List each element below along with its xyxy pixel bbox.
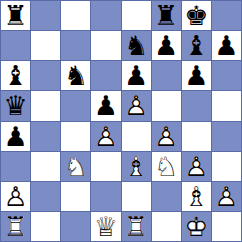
square-g1[interactable]: ♚♔: [182, 212, 211, 241]
black-bishop-icon[interactable]: ♝: [3, 62, 27, 89]
square-h6[interactable]: [212, 61, 241, 90]
square-h4[interactable]: [212, 122, 241, 151]
square-e1[interactable]: ♜♖: [122, 212, 151, 241]
square-c2[interactable]: [61, 182, 90, 211]
black-pawn-icon[interactable]: ♟: [154, 32, 178, 59]
black-pawn-icon[interactable]: ♟: [124, 62, 148, 89]
square-f3[interactable]: ♞♘: [152, 152, 181, 181]
square-e4[interactable]: [122, 122, 151, 151]
square-f1[interactable]: [152, 212, 181, 241]
square-e5[interactable]: ♟♙: [122, 91, 151, 120]
black-bishop-icon[interactable]: ♝: [184, 32, 208, 59]
black-rook-icon[interactable]: ♜: [3, 2, 27, 29]
square-a7[interactable]: [1, 31, 30, 60]
square-g6[interactable]: ♟: [182, 61, 211, 90]
white-knight-icon[interactable]: ♞♘: [154, 153, 178, 180]
square-b7[interactable]: [31, 31, 60, 60]
square-d8[interactable]: [91, 1, 120, 30]
white-bishop-icon[interactable]: ♝♗: [184, 183, 208, 210]
square-e7[interactable]: ♞: [122, 31, 151, 60]
white-pawn-icon[interactable]: ♟♙: [154, 123, 178, 150]
square-a6[interactable]: ♝: [1, 61, 30, 90]
square-c8[interactable]: [61, 1, 90, 30]
square-f8[interactable]: ♜: [152, 1, 181, 30]
square-g7[interactable]: ♝: [182, 31, 211, 60]
black-pawn-icon[interactable]: ♟: [214, 32, 238, 59]
square-b2[interactable]: [31, 182, 60, 211]
white-pawn-icon[interactable]: ♟♙: [124, 92, 148, 119]
square-b5[interactable]: [31, 91, 60, 120]
square-a4[interactable]: ♟: [1, 122, 30, 151]
white-rook-icon[interactable]: ♜♖: [124, 213, 148, 240]
square-d6[interactable]: [91, 61, 120, 90]
square-f6[interactable]: [152, 61, 181, 90]
square-d2[interactable]: [91, 182, 120, 211]
black-rook-icon[interactable]: ♜: [154, 2, 178, 29]
square-g2[interactable]: ♝♗: [182, 182, 211, 211]
white-pawn-icon[interactable]: ♟♙: [214, 183, 238, 210]
square-h8[interactable]: [212, 1, 241, 30]
square-c4[interactable]: [61, 122, 90, 151]
square-d4[interactable]: ♟♙: [91, 122, 120, 151]
black-knight-icon[interactable]: ♞: [64, 62, 88, 89]
square-c3[interactable]: ♞♘: [61, 152, 90, 181]
square-h1[interactable]: [212, 212, 241, 241]
square-c5[interactable]: [61, 91, 90, 120]
square-e6[interactable]: ♟: [122, 61, 151, 90]
square-b4[interactable]: [31, 122, 60, 151]
square-f5[interactable]: [152, 91, 181, 120]
white-pawn-icon[interactable]: ♟♙: [184, 153, 208, 180]
chess-board[interactable]: ♜♜♚♞♟♝♟♝♞♟♟♛♟♟♙♟♟♙♟♙♞♘♝♗♞♘♟♙♟♙♝♗♟♙♜♖♛♕♜♖…: [0, 0, 242, 242]
square-b1[interactable]: [31, 212, 60, 241]
square-h7[interactable]: ♟: [212, 31, 241, 60]
square-a1[interactable]: ♜♖: [1, 212, 30, 241]
square-b8[interactable]: [31, 1, 60, 30]
white-bishop-icon[interactable]: ♝♗: [124, 153, 148, 180]
square-g5[interactable]: [182, 91, 211, 120]
square-b3[interactable]: [31, 152, 60, 181]
square-h2[interactable]: ♟♙: [212, 182, 241, 211]
white-pawn-icon[interactable]: ♟♙: [3, 183, 27, 210]
square-f2[interactable]: [152, 182, 181, 211]
square-c6[interactable]: ♞: [61, 61, 90, 90]
square-h5[interactable]: [212, 91, 241, 120]
square-e8[interactable]: [122, 1, 151, 30]
white-pawn-icon[interactable]: ♟♙: [94, 123, 118, 150]
white-knight-icon[interactable]: ♞♘: [64, 153, 88, 180]
square-h3[interactable]: [212, 152, 241, 181]
black-pawn-icon[interactable]: ♟: [184, 62, 208, 89]
square-f4[interactable]: ♟♙: [152, 122, 181, 151]
black-pawn-icon[interactable]: ♟: [94, 92, 118, 119]
square-e3[interactable]: ♝♗: [122, 152, 151, 181]
square-d7[interactable]: [91, 31, 120, 60]
black-knight-icon[interactable]: ♞: [124, 32, 148, 59]
black-queen-icon[interactable]: ♛: [3, 92, 27, 119]
square-b6[interactable]: [31, 61, 60, 90]
square-d3[interactable]: [91, 152, 120, 181]
square-g8[interactable]: ♚: [182, 1, 211, 30]
square-a3[interactable]: [1, 152, 30, 181]
white-king-icon[interactable]: ♚♔: [184, 213, 208, 240]
square-g3[interactable]: ♟♙: [182, 152, 211, 181]
square-c7[interactable]: [61, 31, 90, 60]
square-d1[interactable]: ♛♕: [91, 212, 120, 241]
square-a8[interactable]: ♜: [1, 1, 30, 30]
white-rook-icon[interactable]: ♜♖: [3, 213, 27, 240]
square-g4[interactable]: [182, 122, 211, 151]
square-a5[interactable]: ♛: [1, 91, 30, 120]
square-e2[interactable]: [122, 182, 151, 211]
black-pawn-icon[interactable]: ♟: [3, 123, 27, 150]
square-d5[interactable]: ♟: [91, 91, 120, 120]
square-a2[interactable]: ♟♙: [1, 182, 30, 211]
square-c1[interactable]: [61, 212, 90, 241]
black-king-icon[interactable]: ♚: [184, 2, 208, 29]
white-queen-icon[interactable]: ♛♕: [94, 213, 118, 240]
square-f7[interactable]: ♟: [152, 31, 181, 60]
